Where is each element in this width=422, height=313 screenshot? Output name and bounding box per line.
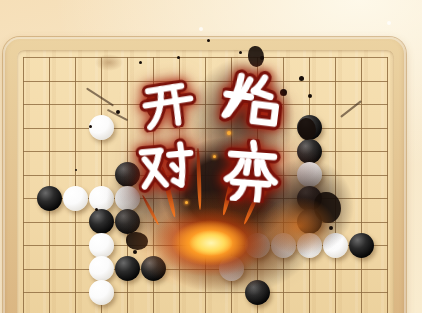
game-scene: 开始对弈 bbox=[0, 0, 422, 313]
black-stone bbox=[297, 209, 322, 234]
white-stone bbox=[89, 280, 114, 305]
white-stone bbox=[323, 233, 348, 258]
black-stone bbox=[297, 115, 322, 140]
white-stone bbox=[245, 233, 270, 258]
sparkle-dot bbox=[199, 27, 203, 31]
black-stone bbox=[115, 256, 140, 281]
gomoku-board[interactable] bbox=[3, 37, 406, 313]
black-stone bbox=[245, 280, 270, 305]
white-stone bbox=[89, 233, 114, 258]
black-stone bbox=[89, 209, 114, 234]
black-stone bbox=[297, 186, 322, 211]
black-stone bbox=[349, 233, 374, 258]
white-stone bbox=[297, 162, 322, 187]
white-stone bbox=[219, 256, 244, 281]
white-stone bbox=[63, 186, 88, 211]
white-stone bbox=[115, 186, 140, 211]
white-stone bbox=[297, 233, 322, 258]
black-stone bbox=[141, 256, 166, 281]
sparkle-dot bbox=[387, 21, 391, 25]
white-stone bbox=[89, 186, 114, 211]
white-stone bbox=[271, 233, 296, 258]
black-stone bbox=[297, 139, 322, 164]
black-stone bbox=[37, 186, 62, 211]
white-stone bbox=[89, 256, 114, 281]
black-stone bbox=[115, 162, 140, 187]
stones-layer bbox=[10, 45, 400, 304]
black-stone bbox=[115, 209, 140, 234]
white-stone bbox=[89, 115, 114, 140]
